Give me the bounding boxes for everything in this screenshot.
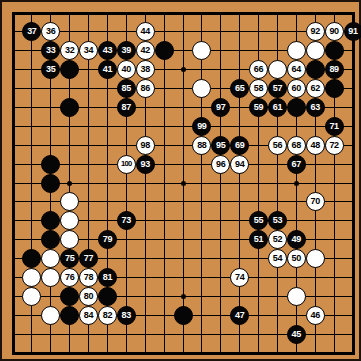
- star-point: [181, 181, 186, 186]
- stone-white-60: 60: [287, 79, 306, 98]
- move-number: 56: [273, 141, 282, 150]
- move-number: 53: [273, 216, 282, 225]
- stone-white-50: 50: [287, 249, 306, 268]
- stone-black-51: 51: [249, 230, 268, 249]
- stone-white: [192, 79, 211, 98]
- stone-black-83: 83: [117, 306, 136, 325]
- stone-white: [60, 192, 79, 211]
- stone-black: [41, 155, 60, 174]
- stone-white-78: 78: [79, 268, 98, 287]
- move-number: 96: [216, 160, 225, 169]
- stone-black-73: 73: [117, 211, 136, 230]
- stone-black-67: 67: [287, 155, 306, 174]
- stone-black: [60, 60, 79, 79]
- stone-black-79: 79: [98, 230, 117, 249]
- go-board[interactable]: 3736449290913332344339423541403866648985…: [0, 0, 361, 361]
- move-number: 89: [329, 65, 338, 74]
- move-number: 46: [311, 311, 320, 320]
- stone-black-35: 35: [41, 60, 60, 79]
- grid-line-vertical: [220, 12, 221, 355]
- move-number: 68: [292, 141, 301, 150]
- grid-line-horizontal: [12, 352, 355, 355]
- stone-black-37: 37: [22, 22, 41, 41]
- move-number: 66: [254, 65, 263, 74]
- stone-black-61: 61: [268, 98, 287, 117]
- stone-white-94: 94: [230, 155, 249, 174]
- move-number: 45: [292, 330, 301, 339]
- stone-white-90: 90: [325, 22, 344, 41]
- stone-white: [287, 41, 306, 60]
- move-number: 47: [235, 311, 244, 320]
- stone-white: [60, 230, 79, 249]
- stone-white-74: 74: [230, 268, 249, 287]
- move-number: 60: [292, 84, 301, 93]
- stone-black-59: 59: [249, 98, 268, 117]
- move-number: 37: [27, 27, 36, 36]
- move-number: 77: [84, 254, 93, 263]
- stone-black-97: 97: [211, 98, 230, 117]
- stone-black-69: 69: [230, 136, 249, 155]
- move-number: 93: [141, 160, 150, 169]
- move-number: 85: [122, 84, 131, 93]
- stone-black: [60, 306, 79, 325]
- stone-black: [325, 41, 344, 60]
- move-number: 91: [348, 27, 357, 36]
- stone-black: [306, 60, 325, 79]
- stone-black-87: 87: [117, 98, 136, 117]
- move-number: 40: [122, 65, 131, 74]
- stone-black-41: 41: [98, 60, 117, 79]
- stone-white: [287, 287, 306, 306]
- stone-white-88: 88: [192, 136, 211, 155]
- stone-white-80: 80: [79, 287, 98, 306]
- move-number: 42: [141, 46, 150, 55]
- stone-black-81: 81: [98, 268, 117, 287]
- stone-white-48: 48: [306, 136, 325, 155]
- star-point: [181, 67, 186, 72]
- move-number: 75: [65, 254, 74, 263]
- move-number: 32: [65, 46, 74, 55]
- stone-white-62: 62: [306, 79, 325, 98]
- move-number: 83: [122, 311, 131, 320]
- stone-black: [60, 287, 79, 306]
- move-number: 67: [292, 160, 301, 169]
- stone-white-76: 76: [60, 268, 79, 287]
- move-number: 41: [103, 65, 112, 74]
- grid-line-vertical: [239, 12, 240, 355]
- stone-black-45: 45: [287, 325, 306, 344]
- stone-black-47: 47: [230, 306, 249, 325]
- star-point: [181, 294, 186, 299]
- stone-white-64: 64: [287, 60, 306, 79]
- stone-black-85: 85: [117, 79, 136, 98]
- stone-white-100: 100: [117, 155, 136, 174]
- move-number: 38: [141, 65, 150, 74]
- star-point: [294, 181, 299, 186]
- move-number: 50: [292, 254, 301, 263]
- move-number: 92: [311, 27, 320, 36]
- stone-black-91: 91: [344, 22, 361, 41]
- stone-white: [41, 306, 60, 325]
- stone-white: [60, 211, 79, 230]
- stone-black-93: 93: [136, 155, 155, 174]
- move-number: 57: [273, 84, 282, 93]
- move-number: 33: [46, 46, 55, 55]
- grid-line-vertical: [352, 12, 355, 355]
- move-number: 79: [103, 235, 112, 244]
- stone-white-86: 86: [136, 79, 155, 98]
- move-number: 88: [197, 141, 206, 150]
- stone-black-49: 49: [287, 230, 306, 249]
- stone-white-72: 72: [325, 136, 344, 155]
- stone-white-58: 58: [249, 79, 268, 98]
- stone-white: [22, 287, 41, 306]
- move-number: 43: [103, 46, 112, 55]
- move-number: 64: [292, 65, 301, 74]
- stone-black: [155, 41, 174, 60]
- stone-white: [192, 41, 211, 60]
- stone-black-55: 55: [249, 211, 268, 230]
- stone-black: [22, 249, 41, 268]
- move-number: 61: [273, 103, 282, 112]
- move-number: 73: [122, 216, 131, 225]
- stone-black: [287, 98, 306, 117]
- stone-white: [268, 60, 287, 79]
- stone-white-38: 38: [136, 60, 155, 79]
- move-number: 78: [84, 273, 93, 282]
- stone-white-70: 70: [306, 192, 325, 211]
- move-number: 49: [292, 235, 301, 244]
- move-number: 76: [65, 273, 74, 282]
- move-number: 48: [311, 141, 320, 150]
- stone-white-82: 82: [98, 306, 117, 325]
- move-number: 71: [329, 122, 338, 131]
- move-number: 80: [84, 292, 93, 301]
- move-number: 69: [235, 141, 244, 150]
- stone-white-84: 84: [79, 306, 98, 325]
- stone-black-53: 53: [268, 211, 287, 230]
- stone-white-44: 44: [136, 22, 155, 41]
- stone-black-95: 95: [211, 136, 230, 155]
- stone-black-99: 99: [192, 117, 211, 136]
- stone-black-39: 39: [117, 41, 136, 60]
- stone-white-34: 34: [79, 41, 98, 60]
- stone-white: [41, 249, 60, 268]
- move-number: 99: [197, 122, 206, 131]
- stone-white-40: 40: [117, 60, 136, 79]
- stone-black-71: 71: [325, 117, 344, 136]
- stone-white: [22, 268, 41, 287]
- stone-white-42: 42: [136, 41, 155, 60]
- move-number: 90: [329, 27, 338, 36]
- stone-black: [98, 287, 117, 306]
- move-number: 63: [311, 103, 320, 112]
- stone-white-98: 98: [136, 136, 155, 155]
- move-number: 70: [311, 197, 320, 206]
- stone-black-57: 57: [268, 79, 287, 98]
- move-number: 84: [84, 311, 93, 320]
- stone-black-63: 63: [306, 98, 325, 117]
- move-number: 58: [254, 84, 263, 93]
- stone-white-36: 36: [41, 22, 60, 41]
- stone-black: [41, 211, 60, 230]
- move-number: 44: [141, 27, 150, 36]
- move-number: 62: [311, 84, 320, 93]
- move-number: 74: [235, 273, 244, 282]
- move-number: 52: [273, 235, 282, 244]
- stone-black-43: 43: [98, 41, 117, 60]
- stone-white-54: 54: [268, 249, 287, 268]
- move-number: 59: [254, 103, 263, 112]
- move-number: 65: [235, 84, 244, 93]
- move-number: 72: [329, 141, 338, 150]
- move-number: 39: [122, 46, 131, 55]
- move-number: 55: [254, 216, 263, 225]
- grid-line-vertical: [201, 12, 202, 355]
- move-number: 100: [121, 160, 132, 168]
- stone-black-89: 89: [325, 60, 344, 79]
- stone-black: [41, 230, 60, 249]
- stone-white-56: 56: [268, 136, 287, 155]
- stone-black: [325, 79, 344, 98]
- move-number: 94: [235, 160, 244, 169]
- stone-black: [41, 174, 60, 193]
- move-number: 98: [141, 141, 150, 150]
- move-number: 34: [84, 46, 93, 55]
- move-number: 51: [254, 235, 263, 244]
- move-number: 54: [273, 254, 282, 263]
- stone-white: [306, 41, 325, 60]
- stone-black-75: 75: [60, 249, 79, 268]
- stone-black: [174, 306, 193, 325]
- stone-white: [306, 249, 325, 268]
- stone-white-68: 68: [287, 136, 306, 155]
- stone-white: [41, 268, 60, 287]
- stone-white-52: 52: [268, 230, 287, 249]
- move-number: 97: [216, 103, 225, 112]
- move-number: 87: [122, 103, 131, 112]
- stone-black-77: 77: [79, 249, 98, 268]
- stone-white-92: 92: [306, 22, 325, 41]
- move-number: 35: [46, 65, 55, 74]
- move-number: 36: [46, 27, 55, 36]
- stone-black-65: 65: [230, 79, 249, 98]
- move-number: 95: [216, 141, 225, 150]
- stone-white-46: 46: [306, 306, 325, 325]
- move-number: 82: [103, 311, 112, 320]
- move-number: 86: [141, 84, 150, 93]
- stone-black: [60, 98, 79, 117]
- move-number: 81: [103, 273, 112, 282]
- stone-white-66: 66: [249, 60, 268, 79]
- stone-black-33: 33: [41, 41, 60, 60]
- star-point: [67, 181, 72, 186]
- stone-white-96: 96: [211, 155, 230, 174]
- stone-white-32: 32: [60, 41, 79, 60]
